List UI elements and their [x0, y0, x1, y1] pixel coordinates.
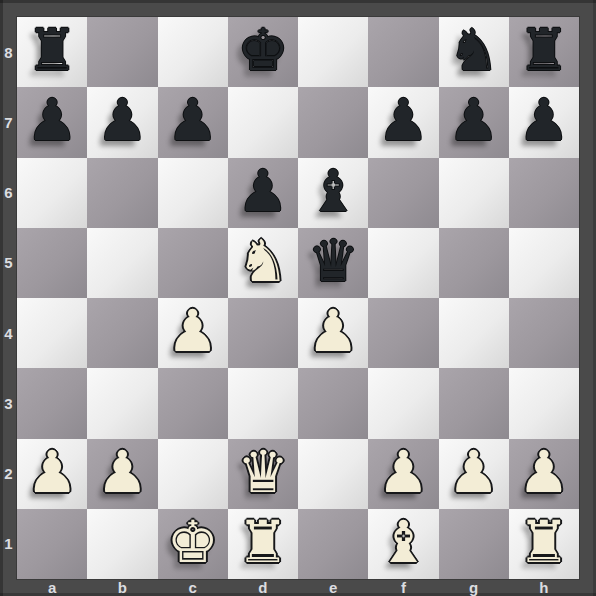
square-d6[interactable]: ♟ [228, 158, 298, 228]
square-e3[interactable] [298, 368, 368, 438]
square-d4[interactable] [228, 298, 298, 368]
square-b2[interactable]: ♟ [87, 439, 157, 509]
square-a4[interactable] [17, 298, 87, 368]
square-d5[interactable]: ♞ [228, 228, 298, 298]
rank-label-2: 2 [0, 439, 17, 509]
white-queen[interactable]: ♛ [237, 443, 289, 501]
black-rook[interactable]: ♜ [26, 21, 78, 79]
square-f7[interactable]: ♟ [368, 87, 438, 157]
square-h2[interactable]: ♟ [509, 439, 579, 509]
square-c6[interactable] [158, 158, 228, 228]
square-a2[interactable]: ♟ [17, 439, 87, 509]
white-pawn[interactable]: ♟ [167, 302, 219, 360]
square-e6[interactable]: ♝ [298, 158, 368, 228]
square-c8[interactable] [158, 17, 228, 87]
square-d3[interactable] [228, 368, 298, 438]
black-pawn[interactable]: ♟ [518, 91, 570, 149]
square-h6[interactable] [509, 158, 579, 228]
square-b5[interactable] [87, 228, 157, 298]
rank-label-5: 5 [0, 228, 17, 298]
square-b4[interactable] [87, 298, 157, 368]
black-pawn[interactable]: ♟ [26, 91, 78, 149]
white-pawn[interactable]: ♟ [448, 443, 500, 501]
square-d1[interactable]: ♜ [228, 509, 298, 579]
square-b3[interactable] [87, 368, 157, 438]
square-f5[interactable] [368, 228, 438, 298]
black-knight[interactable]: ♞ [448, 21, 500, 79]
square-h8[interactable]: ♜ [509, 17, 579, 87]
black-queen[interactable]: ♛ [307, 232, 359, 290]
black-pawn[interactable]: ♟ [237, 162, 289, 220]
square-b7[interactable]: ♟ [87, 87, 157, 157]
file-label-g: g [439, 579, 509, 596]
file-label-f: f [368, 579, 438, 596]
rank-label-3: 3 [0, 368, 17, 438]
rank-label-1: 1 [0, 509, 17, 579]
square-g8[interactable]: ♞ [439, 17, 509, 87]
square-e7[interactable] [298, 87, 368, 157]
square-g1[interactable] [439, 509, 509, 579]
square-b1[interactable] [87, 509, 157, 579]
file-label-c: c [158, 579, 228, 596]
chess-board: ♜♚♞♜♟♟♟♟♟♟♟♝♞♛♟♟♟♟♛♟♟♟♚♜♝♜ [17, 17, 579, 579]
square-a6[interactable] [17, 158, 87, 228]
file-label-e: e [298, 579, 368, 596]
square-c1[interactable]: ♚ [158, 509, 228, 579]
rank-label-4: 4 [0, 298, 17, 368]
square-c7[interactable]: ♟ [158, 87, 228, 157]
square-g2[interactable]: ♟ [439, 439, 509, 509]
square-b6[interactable] [87, 158, 157, 228]
white-pawn[interactable]: ♟ [96, 443, 148, 501]
square-e1[interactable] [298, 509, 368, 579]
square-d7[interactable] [228, 87, 298, 157]
square-c2[interactable] [158, 439, 228, 509]
square-f2[interactable]: ♟ [368, 439, 438, 509]
white-knight[interactable]: ♞ [237, 232, 289, 290]
square-e8[interactable] [298, 17, 368, 87]
white-rook[interactable]: ♜ [518, 513, 570, 571]
white-pawn[interactable]: ♟ [518, 443, 570, 501]
file-label-d: d [228, 579, 298, 596]
black-rook[interactable]: ♜ [518, 21, 570, 79]
square-a7[interactable]: ♟ [17, 87, 87, 157]
square-a5[interactable] [17, 228, 87, 298]
square-h4[interactable] [509, 298, 579, 368]
square-h7[interactable]: ♟ [509, 87, 579, 157]
white-pawn[interactable]: ♟ [307, 302, 359, 360]
square-a3[interactable] [17, 368, 87, 438]
rank-label-7: 7 [0, 87, 17, 157]
square-g5[interactable] [439, 228, 509, 298]
black-pawn[interactable]: ♟ [448, 91, 500, 149]
square-f1[interactable]: ♝ [368, 509, 438, 579]
rank-label-8: 8 [0, 17, 17, 87]
board-frame: ♜♚♞♜♟♟♟♟♟♟♟♝♞♛♟♟♟♟♛♟♟♟♚♜♝♜ 87654321abcde… [0, 0, 596, 596]
rank-label-6: 6 [0, 158, 17, 228]
square-c5[interactable] [158, 228, 228, 298]
black-pawn[interactable]: ♟ [377, 91, 429, 149]
square-e5[interactable]: ♛ [298, 228, 368, 298]
white-bishop[interactable]: ♝ [377, 513, 429, 571]
square-a8[interactable]: ♜ [17, 17, 87, 87]
file-label-b: b [87, 579, 157, 596]
black-pawn[interactable]: ♟ [167, 91, 219, 149]
square-c4[interactable]: ♟ [158, 298, 228, 368]
file-label-a: a [17, 579, 87, 596]
black-king[interactable]: ♚ [237, 21, 289, 79]
square-h3[interactable] [509, 368, 579, 438]
square-g6[interactable] [439, 158, 509, 228]
white-rook[interactable]: ♜ [237, 513, 289, 571]
square-d2[interactable]: ♛ [228, 439, 298, 509]
white-pawn[interactable]: ♟ [377, 443, 429, 501]
square-b8[interactable] [87, 17, 157, 87]
file-label-h: h [509, 579, 579, 596]
square-g3[interactable] [439, 368, 509, 438]
square-g4[interactable] [439, 298, 509, 368]
square-d8[interactable]: ♚ [228, 17, 298, 87]
square-f3[interactable] [368, 368, 438, 438]
black-pawn[interactable]: ♟ [96, 91, 148, 149]
square-h1[interactable]: ♜ [509, 509, 579, 579]
square-f8[interactable] [368, 17, 438, 87]
white-king[interactable]: ♚ [167, 513, 219, 571]
square-f4[interactable] [368, 298, 438, 368]
white-pawn[interactable]: ♟ [26, 443, 78, 501]
square-e2[interactable] [298, 439, 368, 509]
square-a1[interactable] [17, 509, 87, 579]
square-f6[interactable] [368, 158, 438, 228]
black-bishop[interactable]: ♝ [307, 162, 359, 220]
square-g7[interactable]: ♟ [439, 87, 509, 157]
square-h5[interactable] [509, 228, 579, 298]
square-c3[interactable] [158, 368, 228, 438]
square-e4[interactable]: ♟ [298, 298, 368, 368]
